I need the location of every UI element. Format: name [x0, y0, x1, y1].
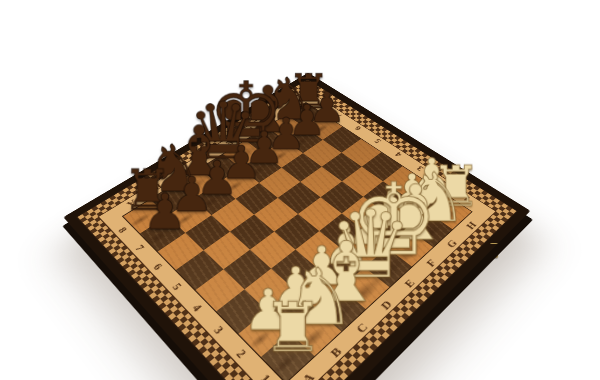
chess-set-photo: AA11BB22CC33DD44EE55FF66GG77HH88♜♞♟♝♟♚♟♛… [0, 0, 600, 380]
brass-latch-icon [490, 243, 498, 258]
black-pawn-icon: ♟ [102, 186, 226, 236]
white-rook-icon: ♜ [218, 294, 365, 363]
chess-board: AA11BB22CC33DD44EE55FF66GG77HH88♜♞♟♝♟♚♟♛… [63, 73, 530, 380]
